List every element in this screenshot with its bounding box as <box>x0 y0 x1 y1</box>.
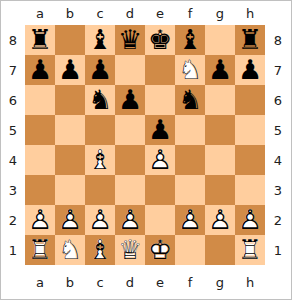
rank-label-left-3: 3 <box>1 175 25 205</box>
rank-labels-right: 87654321 <box>265 25 291 265</box>
file-label-top-f: f <box>175 1 205 25</box>
rank-label-right-6: 6 <box>265 85 291 115</box>
rank-label-left-1: 1 <box>1 235 25 265</box>
black-king-e8: ♚ <box>145 25 175 55</box>
square-h5[interactable] <box>235 115 265 145</box>
square-a5[interactable] <box>25 115 55 145</box>
white-bishop-c4: ♝♗ <box>85 145 115 175</box>
piece-fill: ♟ <box>55 205 85 235</box>
piece-fill: ♟ <box>25 205 55 235</box>
piece-outline: ♙ <box>85 205 115 235</box>
square-f1[interactable] <box>175 235 205 265</box>
file-label-top-a: a <box>25 1 55 25</box>
square-d7[interactable] <box>115 55 145 85</box>
piece-outline: ♖ <box>235 235 265 265</box>
black-pawn-a7: ♟ <box>25 55 55 85</box>
square-d8[interactable]: ♛ <box>115 25 145 55</box>
white-queen-d1: ♛♕ <box>115 235 145 265</box>
square-g8[interactable] <box>205 25 235 55</box>
piece-outline: ♖ <box>25 235 55 265</box>
square-c8[interactable]: ♝ <box>85 25 115 55</box>
black-pawn-h7: ♟ <box>235 55 265 85</box>
square-g7[interactable]: ♟ <box>205 55 235 85</box>
file-labels-top: abcdefgh <box>25 1 265 25</box>
chess-diagram: abcdefgh 87654321 87654321 abcdefgh ♜♝♛♚… <box>0 0 292 300</box>
black-pawn-e5: ♟ <box>145 115 175 145</box>
piece-fill: ♟ <box>25 55 55 85</box>
rank-labels-left: 87654321 <box>1 25 25 265</box>
file-label-top-b: b <box>55 1 85 25</box>
square-h2[interactable]: ♟♙ <box>235 205 265 235</box>
file-label-bottom-a: a <box>25 265 55 299</box>
square-e8[interactable]: ♚ <box>145 25 175 55</box>
square-c1[interactable]: ♝♗ <box>85 235 115 265</box>
file-label-top-e: e <box>145 1 175 25</box>
square-d2[interactable]: ♟♙ <box>115 205 145 235</box>
piece-outline: ♗ <box>85 235 115 265</box>
square-f6[interactable]: ♞ <box>175 85 205 115</box>
square-a3[interactable] <box>25 175 55 205</box>
square-e3[interactable] <box>145 175 175 205</box>
square-c6[interactable]: ♞ <box>85 85 115 115</box>
file-label-bottom-g: g <box>205 265 235 299</box>
square-e4[interactable]: ♟♙ <box>145 145 175 175</box>
rank-label-right-1: 1 <box>265 235 291 265</box>
white-pawn-d2: ♟♙ <box>115 205 145 235</box>
rank-label-right-7: 7 <box>265 55 291 85</box>
rank-label-left-7: 7 <box>1 55 25 85</box>
square-h7[interactable]: ♟ <box>235 55 265 85</box>
piece-outline: ♙ <box>115 205 145 235</box>
square-c3[interactable] <box>85 175 115 205</box>
square-d6[interactable]: ♟ <box>115 85 145 115</box>
black-pawn-b7: ♟ <box>55 55 85 85</box>
chess-board: ♜♝♛♚♝♜♟♟♟♞♘♟♟♞♟♞♟♝♗♟♙♟♙♟♙♟♙♟♙♟♙♟♙♟♙♜♖♞♘♝… <box>25 25 265 265</box>
piece-outline: ♘ <box>55 235 85 265</box>
square-c2[interactable]: ♟♙ <box>85 205 115 235</box>
piece-outline: ♙ <box>145 145 175 175</box>
black-rook-h8: ♜ <box>235 25 265 55</box>
square-h3[interactable] <box>235 175 265 205</box>
piece-fill: ♜ <box>25 235 55 265</box>
square-f4[interactable] <box>175 145 205 175</box>
piece-fill: ♞ <box>175 55 205 85</box>
piece-outline: ♔ <box>145 235 175 265</box>
square-a6[interactable] <box>25 85 55 115</box>
file-label-top-g: g <box>205 1 235 25</box>
square-a1[interactable]: ♜♖ <box>25 235 55 265</box>
piece-fill: ♞ <box>175 85 205 115</box>
square-h4[interactable] <box>235 145 265 175</box>
square-g5[interactable] <box>205 115 235 145</box>
piece-fill: ♟ <box>55 55 85 85</box>
rank-label-left-4: 4 <box>1 145 25 175</box>
black-queen-d8: ♛ <box>115 25 145 55</box>
square-a7[interactable]: ♟ <box>25 55 55 85</box>
square-b1[interactable]: ♞♘ <box>55 235 85 265</box>
piece-outline: ♙ <box>235 205 265 235</box>
square-b7[interactable]: ♟ <box>55 55 85 85</box>
black-bishop-f8: ♝ <box>175 25 205 55</box>
piece-fill: ♝ <box>175 25 205 55</box>
square-e2[interactable] <box>145 205 175 235</box>
piece-fill: ♟ <box>235 55 265 85</box>
piece-fill: ♝ <box>85 235 115 265</box>
piece-fill: ♟ <box>175 205 205 235</box>
black-pawn-d6: ♟ <box>115 85 145 115</box>
piece-fill: ♟ <box>235 205 265 235</box>
file-label-top-h: h <box>235 1 265 25</box>
piece-fill: ♛ <box>115 25 145 55</box>
piece-fill: ♟ <box>85 205 115 235</box>
white-rook-a1: ♜♖ <box>25 235 55 265</box>
square-b4[interactable] <box>55 145 85 175</box>
rank-label-right-2: 2 <box>265 205 291 235</box>
piece-outline: ♘ <box>175 55 205 85</box>
square-e7[interactable] <box>145 55 175 85</box>
white-bishop-c1: ♝♗ <box>85 235 115 265</box>
white-pawn-c2: ♟♙ <box>85 205 115 235</box>
white-rook-h1: ♜♖ <box>235 235 265 265</box>
white-knight-b1: ♞♘ <box>55 235 85 265</box>
square-g2[interactable]: ♟♙ <box>205 205 235 235</box>
file-label-bottom-f: f <box>175 265 205 299</box>
piece-fill: ♟ <box>205 55 235 85</box>
piece-fill: ♟ <box>145 145 175 175</box>
square-d4[interactable] <box>115 145 145 175</box>
rank-label-left-2: 2 <box>1 205 25 235</box>
piece-fill: ♟ <box>115 205 145 235</box>
black-pawn-c7: ♟ <box>85 55 115 85</box>
black-pawn-g7: ♟ <box>205 55 235 85</box>
square-e1[interactable]: ♚♔ <box>145 235 175 265</box>
piece-fill: ♚ <box>145 25 175 55</box>
file-labels-bottom: abcdefgh <box>25 265 265 299</box>
white-knight-f7: ♞♘ <box>175 55 205 85</box>
file-label-top-c: c <box>85 1 115 25</box>
rank-label-right-5: 5 <box>265 115 291 145</box>
white-pawn-e4: ♟♙ <box>145 145 175 175</box>
file-label-bottom-h: h <box>235 265 265 299</box>
square-a8[interactable]: ♜ <box>25 25 55 55</box>
file-label-bottom-c: c <box>85 265 115 299</box>
piece-fill: ♝ <box>85 145 115 175</box>
rank-label-left-6: 6 <box>1 85 25 115</box>
square-g3[interactable] <box>205 175 235 205</box>
rank-label-left-8: 8 <box>1 25 25 55</box>
file-label-bottom-b: b <box>55 265 85 299</box>
file-label-bottom-d: d <box>115 265 145 299</box>
rank-label-left-5: 5 <box>1 115 25 145</box>
square-b8[interactable] <box>55 25 85 55</box>
square-a2[interactable]: ♟♙ <box>25 205 55 235</box>
square-g4[interactable] <box>205 145 235 175</box>
piece-outline: ♗ <box>85 145 115 175</box>
square-d1[interactable]: ♛♕ <box>115 235 145 265</box>
piece-fill: ♟ <box>115 85 145 115</box>
white-pawn-f2: ♟♙ <box>175 205 205 235</box>
piece-fill: ♟ <box>205 205 235 235</box>
square-d3[interactable] <box>115 175 145 205</box>
black-rook-a8: ♜ <box>25 25 55 55</box>
square-f8[interactable]: ♝ <box>175 25 205 55</box>
rank-label-right-8: 8 <box>265 25 291 55</box>
square-f7[interactable]: ♞♘ <box>175 55 205 85</box>
square-g1[interactable] <box>205 235 235 265</box>
piece-fill: ♟ <box>85 55 115 85</box>
square-f5[interactable] <box>175 115 205 145</box>
piece-outline: ♙ <box>25 205 55 235</box>
black-knight-c6: ♞ <box>85 85 115 115</box>
piece-fill: ♛ <box>115 235 145 265</box>
square-b2[interactable]: ♟♙ <box>55 205 85 235</box>
black-knight-f6: ♞ <box>175 85 205 115</box>
white-king-e1: ♚♔ <box>145 235 175 265</box>
square-h1[interactable]: ♜♖ <box>235 235 265 265</box>
white-pawn-h2: ♟♙ <box>235 205 265 235</box>
square-e5[interactable]: ♟ <box>145 115 175 145</box>
square-h6[interactable] <box>235 85 265 115</box>
piece-outline: ♙ <box>205 205 235 235</box>
piece-fill: ♟ <box>145 115 175 145</box>
file-label-top-d: d <box>115 1 145 25</box>
file-label-bottom-e: e <box>145 265 175 299</box>
rank-label-right-3: 3 <box>265 175 291 205</box>
square-h8[interactable]: ♜ <box>235 25 265 55</box>
square-g6[interactable] <box>205 85 235 115</box>
piece-outline: ♕ <box>115 235 145 265</box>
square-d5[interactable] <box>115 115 145 145</box>
piece-fill: ♞ <box>55 235 85 265</box>
white-pawn-a2: ♟♙ <box>25 205 55 235</box>
square-c4[interactable]: ♝♗ <box>85 145 115 175</box>
white-pawn-b2: ♟♙ <box>55 205 85 235</box>
white-pawn-g2: ♟♙ <box>205 205 235 235</box>
square-c7[interactable]: ♟ <box>85 55 115 85</box>
piece-fill: ♞ <box>85 85 115 115</box>
piece-fill: ♚ <box>145 235 175 265</box>
piece-outline: ♙ <box>175 205 205 235</box>
square-b3[interactable] <box>55 175 85 205</box>
square-c5[interactable] <box>85 115 115 145</box>
piece-outline: ♙ <box>55 205 85 235</box>
piece-fill: ♝ <box>85 25 115 55</box>
square-b5[interactable] <box>55 115 85 145</box>
black-bishop-c8: ♝ <box>85 25 115 55</box>
rank-label-right-4: 4 <box>265 145 291 175</box>
square-b6[interactable] <box>55 85 85 115</box>
piece-fill: ♜ <box>235 235 265 265</box>
square-a4[interactable] <box>25 145 55 175</box>
piece-fill: ♜ <box>235 25 265 55</box>
square-f3[interactable] <box>175 175 205 205</box>
piece-fill: ♜ <box>25 25 55 55</box>
square-e6[interactable] <box>145 85 175 115</box>
square-f2[interactable]: ♟♙ <box>175 205 205 235</box>
